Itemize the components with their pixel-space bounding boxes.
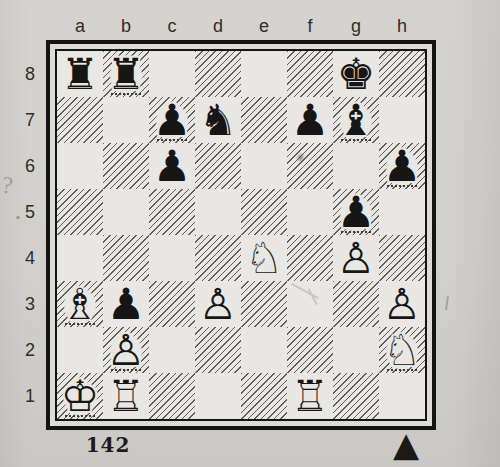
square-a3: ♗ [57, 281, 103, 327]
file-label-c: c [149, 16, 195, 38]
piece-black-king: ♚ [333, 51, 379, 97]
square-e6 [241, 143, 287, 189]
square-d8 [195, 51, 241, 97]
square-e5 [241, 189, 287, 235]
rank-label-3: 3 [20, 281, 40, 327]
file-label-d: d [195, 16, 241, 38]
margin-tick [445, 296, 449, 310]
square-f1: ♖ [287, 373, 333, 419]
rank-label-4: 4 [20, 235, 40, 281]
chess-board: ♜♜♚♟♞♟♝♟♟♟♘♙♗♟♙♙♙♘♔♖♖ [57, 51, 425, 419]
square-c8 [149, 51, 195, 97]
square-d5 [195, 189, 241, 235]
rank-label-5: 5 [20, 189, 40, 235]
piece-black-bishop: ♝ [333, 97, 379, 143]
margin-speck [16, 216, 20, 219]
board-inner-border: ♜♜♚♟♞♟♝♟♟♟♘♙♗♟♙♙♙♘♔♖♖ [55, 49, 427, 421]
square-h5 [379, 189, 425, 235]
piece-white-knight: ♘ [241, 235, 287, 281]
piece-white-rook: ♖ [287, 373, 333, 419]
square-b5 [103, 189, 149, 235]
square-h2: ♘ [379, 327, 425, 373]
piece-black-pawn: ♟ [103, 281, 149, 327]
square-f5 [287, 189, 333, 235]
square-c1 [149, 373, 195, 419]
square-h4 [379, 235, 425, 281]
black-to-move-triangle-icon: ▲ [384, 427, 428, 461]
square-g7: ♝ [333, 97, 379, 143]
square-g5: ♟ [333, 189, 379, 235]
square-a2 [57, 327, 103, 373]
margin-pencil-question-mark: ? [0, 171, 14, 199]
file-label-h: h [379, 16, 425, 38]
square-e1 [241, 373, 287, 419]
square-h1 [379, 373, 425, 419]
square-g6 [333, 143, 379, 189]
diagram-number: 142 [76, 433, 140, 457]
square-c2 [149, 327, 195, 373]
rank-label-7: 7 [20, 97, 40, 143]
piece-black-rook: ♜ [103, 51, 149, 97]
piece-black-pawn: ♟ [149, 143, 195, 189]
square-b4 [103, 235, 149, 281]
square-e4: ♘ [241, 235, 287, 281]
square-e7 [241, 97, 287, 143]
file-label-a: a [57, 16, 103, 38]
piece-white-rook: ♖ [103, 373, 149, 419]
square-g4: ♙ [333, 235, 379, 281]
square-a8: ♜ [57, 51, 103, 97]
piece-white-pawn: ♙ [379, 281, 425, 327]
square-a4 [57, 235, 103, 281]
square-f6 [287, 143, 333, 189]
square-c5 [149, 189, 195, 235]
square-h8 [379, 51, 425, 97]
square-d2 [195, 327, 241, 373]
square-d3: ♙ [195, 281, 241, 327]
square-d6 [195, 143, 241, 189]
square-a7 [57, 97, 103, 143]
square-g3 [333, 281, 379, 327]
square-b2: ♙ [103, 327, 149, 373]
piece-black-pawn: ♟ [379, 143, 425, 189]
square-f7: ♟ [287, 97, 333, 143]
square-g1 [333, 373, 379, 419]
piece-black-pawn: ♟ [333, 189, 379, 235]
piece-black-rook: ♜ [57, 51, 103, 97]
rank-label-6: 6 [20, 143, 40, 189]
board-frame: ♜♜♚♟♞♟♝♟♟♟♘♙♗♟♙♙♙♘♔♖♖ [46, 40, 436, 430]
rank-label-2: 2 [20, 327, 40, 373]
square-b8: ♜ [103, 51, 149, 97]
piece-white-pawn: ♙ [103, 327, 149, 373]
square-b7 [103, 97, 149, 143]
piece-black-knight: ♞ [195, 97, 241, 143]
rank-labels: 87654321 [20, 51, 40, 419]
square-e2 [241, 327, 287, 373]
square-h3: ♙ [379, 281, 425, 327]
square-d1 [195, 373, 241, 419]
file-label-e: e [241, 16, 287, 38]
square-c3 [149, 281, 195, 327]
file-labels: abcdefgh [57, 16, 425, 38]
square-g2 [333, 327, 379, 373]
square-f8 [287, 51, 333, 97]
square-f2 [287, 327, 333, 373]
square-b1: ♖ [103, 373, 149, 419]
file-label-f: f [287, 16, 333, 38]
file-label-b: b [103, 16, 149, 38]
file-label-g: g [333, 16, 379, 38]
square-a5 [57, 189, 103, 235]
square-c4 [149, 235, 195, 281]
square-f4 [287, 235, 333, 281]
rank-label-8: 8 [20, 51, 40, 97]
rank-label-1: 1 [20, 373, 40, 419]
square-h6: ♟ [379, 143, 425, 189]
square-g8: ♚ [333, 51, 379, 97]
pencil-scribble [288, 288, 326, 310]
square-d7: ♞ [195, 97, 241, 143]
square-a1: ♔ [57, 373, 103, 419]
square-d4 [195, 235, 241, 281]
square-a6 [57, 143, 103, 189]
piece-white-king: ♔ [57, 373, 103, 419]
square-h7 [379, 97, 425, 143]
piece-black-pawn: ♟ [287, 97, 333, 143]
square-c7: ♟ [149, 97, 195, 143]
square-b6 [103, 143, 149, 189]
piece-white-pawn: ♙ [195, 281, 241, 327]
piece-white-knight: ♘ [379, 327, 425, 373]
square-e3 [241, 281, 287, 327]
square-e8 [241, 51, 287, 97]
piece-white-pawn: ♙ [333, 235, 379, 281]
piece-white-bishop: ♗ [57, 281, 103, 327]
square-c6: ♟ [149, 143, 195, 189]
piece-black-pawn: ♟ [149, 97, 195, 143]
square-b3: ♟ [103, 281, 149, 327]
